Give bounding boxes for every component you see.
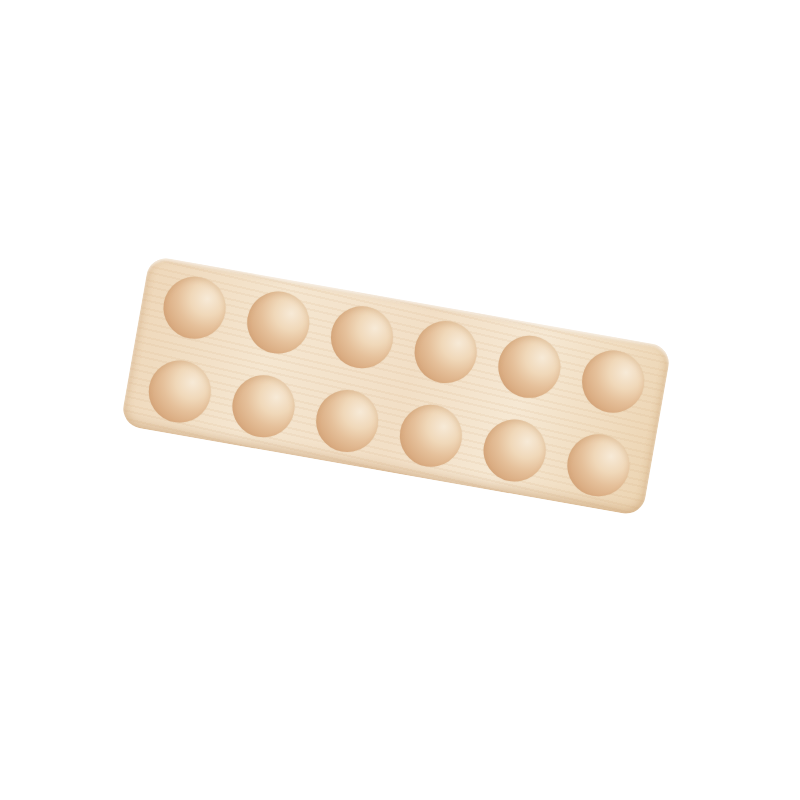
pit-r1-c2[interactable] [229,273,327,371]
pit-hollow [395,399,467,471]
pit-hollow [326,301,398,373]
pit-hollow [493,330,565,402]
pit-r1-c1[interactable] [145,258,243,356]
pit-r2-c2[interactable] [214,356,312,454]
product-photo-scene [0,0,800,800]
mancala-board [120,255,672,516]
pit-r2-c6[interactable] [549,416,647,514]
pit-r1-c4[interactable] [396,302,494,400]
pit-r1-c5[interactable] [480,317,578,415]
pit-hollow [227,370,299,442]
pit-hollow [242,286,314,358]
pit-r2-c1[interactable] [130,342,228,440]
pit-hollow [143,355,215,427]
pit-hollow [478,414,550,486]
pit-hollow [562,429,634,501]
pit-r2-c4[interactable] [381,386,479,484]
pit-r2-c3[interactable] [298,371,396,469]
pit-r1-c3[interactable] [312,288,410,386]
pit-hollow [577,345,649,417]
pit-hollow [158,271,230,343]
pit-r1-c6[interactable] [563,332,661,430]
pit-hollow [409,316,481,388]
pit-hollow [311,385,383,457]
pit-r2-c5[interactable] [465,401,563,499]
